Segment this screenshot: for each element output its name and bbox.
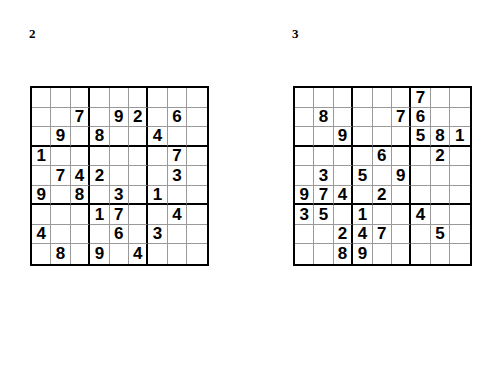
puzzle-number-2: 2: [29, 27, 36, 40]
cell-r8c1: 4: [32, 225, 51, 245]
cell-r7c8: [431, 205, 450, 225]
cell-r3c4: [353, 127, 372, 147]
cell-r9c4: 9: [353, 244, 372, 264]
cell-r2c6: 2: [129, 108, 148, 128]
cell-r1c6: [392, 88, 411, 108]
cell-r9c9: [187, 244, 206, 264]
cell-r1c6: [129, 88, 148, 108]
cell-r9c3: [71, 244, 90, 264]
cell-r3c7: 4: [148, 127, 167, 147]
cell-r4c3: [71, 147, 90, 167]
cell-r4c6: [392, 147, 411, 167]
cell-r9c8: [431, 244, 450, 264]
cell-r5c3: 4: [71, 166, 90, 186]
cell-r7c4: 1: [90, 205, 109, 225]
cell-r6c2: 7: [314, 186, 333, 206]
cell-r9c3: 8: [334, 244, 353, 264]
cell-r1c9: [187, 88, 206, 108]
cell-r5c4: 2: [90, 166, 109, 186]
cell-r9c6: 4: [129, 244, 148, 264]
cell-r1c9: [450, 88, 469, 108]
cell-r2c5: [373, 108, 392, 128]
cell-r7c9: [450, 205, 469, 225]
cell-r6c9: [187, 186, 206, 206]
cell-r4c4: [353, 147, 372, 167]
cell-r5c6: [129, 166, 148, 186]
cell-r8c4: 4: [353, 225, 372, 245]
cell-r9c2: 8: [51, 244, 70, 264]
cell-r7c2: 5: [314, 205, 333, 225]
cell-r1c1: [32, 88, 51, 108]
cell-r1c4: [353, 88, 372, 108]
cell-r5c7: [411, 166, 430, 186]
sudoku-grid-3: 787695816235997423514247589: [293, 86, 472, 266]
cell-r1c3: [334, 88, 353, 108]
cell-r2c6: 7: [392, 108, 411, 128]
cell-r6c8: [431, 186, 450, 206]
cell-r7c2: [51, 205, 70, 225]
cell-r7c5: 7: [110, 205, 129, 225]
cell-r5c4: 5: [353, 166, 372, 186]
cell-r3c5: [373, 127, 392, 147]
cell-r4c2: [51, 147, 70, 167]
cell-r2c4: [90, 108, 109, 128]
cell-r7c9: [187, 205, 206, 225]
cell-r8c5: 7: [373, 225, 392, 245]
cell-r4c1: 1: [32, 147, 51, 167]
cell-r2c4: [353, 108, 372, 128]
cell-r6c5: 3: [110, 186, 129, 206]
cell-r6c1: 9: [295, 186, 314, 206]
cell-r8c4: [90, 225, 109, 245]
cell-r6c9: [450, 186, 469, 206]
cell-r8c9: [187, 225, 206, 245]
cell-r1c8: [168, 88, 187, 108]
cell-r5c2: 3: [314, 166, 333, 186]
cell-r9c8: [168, 244, 187, 264]
cell-r7c1: [32, 205, 51, 225]
cell-r2c5: 9: [110, 108, 129, 128]
cell-r6c2: [51, 186, 70, 206]
cell-r2c1: [32, 108, 51, 128]
cell-r7c1: 3: [295, 205, 314, 225]
cell-r4c7: [148, 147, 167, 167]
cell-r4c8: 7: [168, 147, 187, 167]
cell-r1c2: [51, 88, 70, 108]
cell-r9c2: [314, 244, 333, 264]
cell-r2c9: [450, 108, 469, 128]
cell-r1c3: [71, 88, 90, 108]
cell-r5c7: [148, 166, 167, 186]
page: 2 3 79269841774239831174463894 787695816…: [0, 0, 500, 379]
cell-r9c7: [411, 244, 430, 264]
cell-r8c8: 5: [431, 225, 450, 245]
cell-r7c5: [373, 205, 392, 225]
cell-r2c3: [334, 108, 353, 128]
cell-r4c7: [411, 147, 430, 167]
cell-r9c6: [392, 244, 411, 264]
cell-r5c1: [32, 166, 51, 186]
cell-r7c3: [71, 205, 90, 225]
cell-r9c5: [110, 244, 129, 264]
cell-r8c7: 3: [148, 225, 167, 245]
cell-r8c9: [450, 225, 469, 245]
cell-r3c9: [187, 127, 206, 147]
cell-r6c1: 9: [32, 186, 51, 206]
cell-r2c7: [148, 108, 167, 128]
cell-r4c3: [334, 147, 353, 167]
cell-r4c4: [90, 147, 109, 167]
cell-r7c3: [334, 205, 353, 225]
cell-r3c6: [392, 127, 411, 147]
cell-r2c1: [295, 108, 314, 128]
cell-r5c3: [334, 166, 353, 186]
cell-r4c6: [129, 147, 148, 167]
cell-r9c5: [373, 244, 392, 264]
cell-r8c2: [314, 225, 333, 245]
cell-r1c5: [373, 88, 392, 108]
cell-r6c6: [129, 186, 148, 206]
cell-r2c7: 6: [411, 108, 430, 128]
cell-r4c2: [314, 147, 333, 167]
cell-r5c8: [431, 166, 450, 186]
cell-r9c4: 9: [90, 244, 109, 264]
cell-r1c7: [148, 88, 167, 108]
cell-r6c3: 8: [71, 186, 90, 206]
cell-r4c9: [187, 147, 206, 167]
cell-r5c9: [187, 166, 206, 186]
cell-r4c5: 6: [373, 147, 392, 167]
cell-r7c7: [148, 205, 167, 225]
cell-r5c2: 7: [51, 166, 70, 186]
puzzle-number-3: 3: [292, 27, 299, 40]
cell-r3c8: [168, 127, 187, 147]
cell-r6c6: [392, 186, 411, 206]
cell-r6c4: [353, 186, 372, 206]
cell-r6c7: [411, 186, 430, 206]
cell-r6c7: 1: [148, 186, 167, 206]
cell-r3c8: 8: [431, 127, 450, 147]
cell-r2c2: 8: [314, 108, 333, 128]
cell-r1c4: [90, 88, 109, 108]
cell-r7c6: [392, 205, 411, 225]
sudoku-grid-2: 79269841774239831174463894: [30, 86, 209, 266]
cell-r7c8: 4: [168, 205, 187, 225]
cell-r5c1: [295, 166, 314, 186]
cell-r1c1: [295, 88, 314, 108]
cell-r2c8: [431, 108, 450, 128]
cell-r9c9: [450, 244, 469, 264]
cell-r9c1: [295, 244, 314, 264]
cell-r3c6: [129, 127, 148, 147]
cell-r6c3: 4: [334, 186, 353, 206]
cell-r7c6: [129, 205, 148, 225]
cell-r4c8: 2: [431, 147, 450, 167]
cell-r8c7: [411, 225, 430, 245]
cell-r6c8: [168, 186, 187, 206]
cell-r7c4: 1: [353, 205, 372, 225]
cell-r5c8: 3: [168, 166, 187, 186]
cell-r8c1: [295, 225, 314, 245]
cell-r5c5: [373, 166, 392, 186]
cell-r5c6: 9: [392, 166, 411, 186]
cell-r1c7: 7: [411, 88, 430, 108]
cell-r6c4: [90, 186, 109, 206]
cell-r3c3: [71, 127, 90, 147]
cell-r7c7: 4: [411, 205, 430, 225]
cell-r2c8: 6: [168, 108, 187, 128]
cell-r4c5: [110, 147, 129, 167]
cell-r4c1: [295, 147, 314, 167]
cell-r3c7: 5: [411, 127, 430, 147]
cell-r3c5: [110, 127, 129, 147]
cell-r8c3: 2: [334, 225, 353, 245]
cell-r6c5: 2: [373, 186, 392, 206]
cell-r2c2: [51, 108, 70, 128]
cell-r2c9: [187, 108, 206, 128]
cell-r1c2: [314, 88, 333, 108]
cell-r8c3: [71, 225, 90, 245]
cell-r3c2: 9: [51, 127, 70, 147]
cell-r8c6: [392, 225, 411, 245]
cell-r9c7: [148, 244, 167, 264]
cell-r1c8: [431, 88, 450, 108]
cell-r3c2: [314, 127, 333, 147]
cell-r8c5: 6: [110, 225, 129, 245]
cell-r8c6: [129, 225, 148, 245]
cell-r8c8: [168, 225, 187, 245]
cell-r2c3: 7: [71, 108, 90, 128]
cell-r4c9: [450, 147, 469, 167]
cell-r8c2: [51, 225, 70, 245]
cell-r3c1: [32, 127, 51, 147]
cell-r3c1: [295, 127, 314, 147]
cell-r1c5: [110, 88, 129, 108]
cell-r5c5: [110, 166, 129, 186]
cell-r9c1: [32, 244, 51, 264]
cell-r3c3: 9: [334, 127, 353, 147]
cell-r3c9: 1: [450, 127, 469, 147]
cell-r3c4: 8: [90, 127, 109, 147]
cell-r5c9: [450, 166, 469, 186]
